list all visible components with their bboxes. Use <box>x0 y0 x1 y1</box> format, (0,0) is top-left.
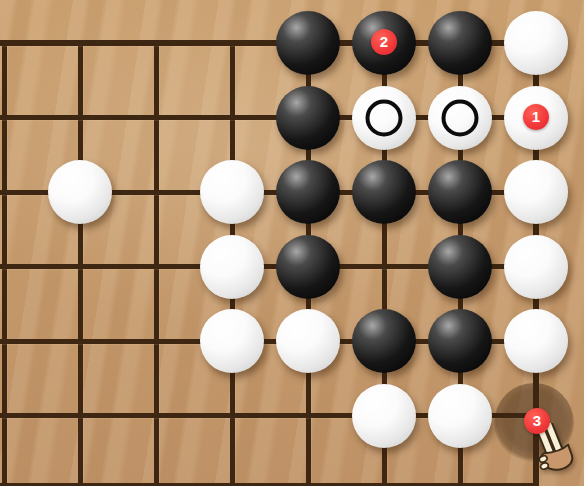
stone-black-R19: 2 <box>352 11 416 75</box>
stone-black-R15 <box>352 309 416 373</box>
move-badge-1: 1 <box>523 103 549 129</box>
stone-white-S14 <box>428 384 492 448</box>
stone-white-T15 <box>504 309 568 373</box>
circle-marker <box>366 99 403 136</box>
circle-marker <box>442 99 479 136</box>
stone-white-R18 <box>352 86 416 150</box>
stone-white-T18: 1 <box>504 86 568 150</box>
stone-black-Q19 <box>276 11 340 75</box>
stone-white-R14 <box>352 384 416 448</box>
stone-black-S16 <box>428 235 492 299</box>
stone-white-Q15 <box>276 309 340 373</box>
stone-white-T16 <box>504 235 568 299</box>
go-board[interactable]: 21 3 <box>0 0 584 486</box>
move-badge-3: 3 <box>524 408 550 434</box>
stone-white-P16 <box>200 235 264 299</box>
stone-black-S17 <box>428 160 492 224</box>
stone-black-Q17 <box>276 160 340 224</box>
stone-white-T17 <box>504 160 568 224</box>
stone-white-T19 <box>504 11 568 75</box>
stone-black-Q16 <box>276 235 340 299</box>
stones-layer: 21 <box>0 6 574 453</box>
stone-black-Q18 <box>276 86 340 150</box>
stone-white-S18 <box>428 86 492 150</box>
move-badge-2: 2 <box>371 29 397 55</box>
stone-black-S15 <box>428 309 492 373</box>
stone-white-P17 <box>200 160 264 224</box>
stone-white-P15 <box>200 309 264 373</box>
stone-black-S19 <box>428 11 492 75</box>
stone-white-N17 <box>48 160 112 224</box>
stone-black-R17 <box>352 160 416 224</box>
